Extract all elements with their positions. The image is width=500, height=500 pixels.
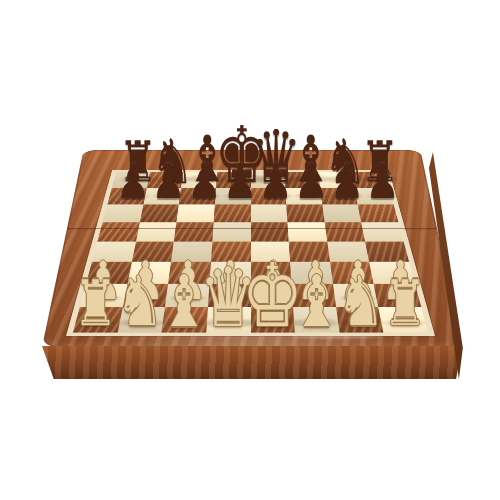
square-d6: [213, 205, 250, 223]
square-h1: [378, 307, 428, 332]
square-g1: [335, 307, 383, 332]
square-h8: [351, 172, 389, 188]
square-a8: [111, 172, 149, 188]
square-f4: [288, 241, 329, 261]
square-b5: [135, 222, 176, 241]
square-g3: [329, 262, 373, 284]
square-g2: [332, 284, 378, 308]
square-h4: [365, 241, 409, 261]
square-e7: [250, 188, 286, 205]
square-a4: [91, 241, 135, 261]
square-d4: [210, 241, 250, 261]
square-h2: [373, 284, 420, 308]
square-d1: [206, 307, 250, 332]
square-c2: [165, 284, 209, 308]
square-b1: [117, 307, 165, 332]
square-f1: [293, 307, 339, 332]
square-a2: [79, 284, 126, 308]
square-h3: [369, 262, 415, 284]
square-f7: [285, 188, 322, 205]
square-a5: [97, 222, 139, 241]
square-b8: [146, 172, 183, 188]
square-b4: [131, 241, 173, 261]
square-c5: [173, 222, 213, 241]
square-d3: [209, 262, 250, 284]
board-front-face: [42, 346, 462, 379]
square-g5: [324, 222, 365, 241]
square-f6: [286, 205, 324, 223]
square-g7: [319, 188, 357, 205]
square-d7: [214, 188, 250, 205]
square-c8: [181, 172, 217, 188]
square-e6: [250, 205, 287, 223]
square-c7: [178, 188, 215, 205]
square-f3: [290, 262, 333, 284]
chess-board-grid: [72, 172, 427, 332]
square-e1: [250, 307, 294, 332]
fold-seam-playing-area: [95, 228, 404, 229]
square-b2: [122, 284, 168, 308]
square-f2: [291, 284, 335, 308]
square-c6: [176, 205, 214, 223]
chess-set-photo: ♜♞♝♚♛♝♞♜♟♟♟♟♟♟♟♟♟♟♟♟♟♟♟♟♜♞♝♛♚♝♞♜: [0, 0, 500, 500]
square-g8: [317, 172, 354, 188]
square-c1: [161, 307, 207, 332]
square-e2: [250, 284, 293, 308]
square-a3: [86, 262, 132, 284]
square-h5: [361, 222, 403, 241]
square-b3: [127, 262, 171, 284]
square-e3: [250, 262, 291, 284]
square-c3: [168, 262, 211, 284]
square-e4: [250, 241, 290, 261]
square-h6: [357, 205, 398, 223]
square-d8: [215, 172, 250, 188]
square-d2: [207, 284, 250, 308]
square-a7: [107, 188, 146, 205]
square-g6: [322, 205, 361, 223]
board-maple-frame: [66, 170, 435, 336]
square-f8: [284, 172, 320, 188]
square-c4: [171, 241, 212, 261]
square-e5: [250, 222, 288, 241]
square-b6: [139, 205, 178, 223]
square-f5: [287, 222, 327, 241]
square-e8: [250, 172, 285, 188]
square-a1: [72, 307, 122, 332]
square-h7: [354, 188, 393, 205]
square-b7: [143, 188, 181, 205]
square-d5: [212, 222, 250, 241]
square-a6: [102, 205, 143, 223]
square-g4: [327, 241, 369, 261]
